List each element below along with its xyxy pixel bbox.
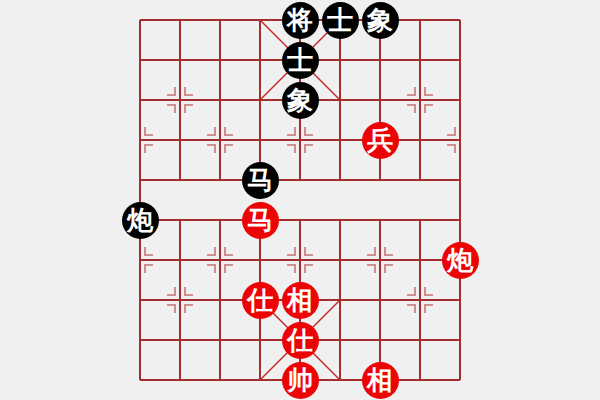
intersection-0-3[interactable] bbox=[120, 120, 160, 160]
intersection-8-7[interactable] bbox=[440, 280, 480, 320]
intersection-7-4[interactable] bbox=[400, 160, 440, 200]
intersection-7-2[interactable] bbox=[400, 80, 440, 120]
intersection-5-1[interactable] bbox=[320, 40, 360, 80]
red-advisor[interactable]: 仕 bbox=[242, 282, 279, 319]
intersection-6-9[interactable]: 相 bbox=[360, 360, 400, 400]
intersection-5-8[interactable] bbox=[320, 320, 360, 360]
red-elephant[interactable]: 相 bbox=[362, 362, 399, 399]
intersection-5-4[interactable] bbox=[320, 160, 360, 200]
black-general[interactable]: 将 bbox=[282, 2, 319, 39]
intersection-0-8[interactable] bbox=[120, 320, 160, 360]
intersection-0-5[interactable]: 炮 bbox=[120, 200, 160, 240]
intersection-2-8[interactable] bbox=[200, 320, 240, 360]
intersection-4-0[interactable]: 将 bbox=[280, 0, 320, 40]
intersection-3-8[interactable] bbox=[240, 320, 280, 360]
intersection-7-3[interactable] bbox=[400, 120, 440, 160]
black-elephant[interactable]: 象 bbox=[362, 2, 399, 39]
intersection-2-6[interactable] bbox=[200, 240, 240, 280]
intersection-2-7[interactable] bbox=[200, 280, 240, 320]
red-elephant[interactable]: 相 bbox=[282, 282, 319, 319]
intersection-5-0[interactable]: 士 bbox=[320, 0, 360, 40]
intersection-7-5[interactable] bbox=[400, 200, 440, 240]
intersection-0-9[interactable] bbox=[120, 360, 160, 400]
intersection-8-8[interactable] bbox=[440, 320, 480, 360]
intersection-0-6[interactable] bbox=[120, 240, 160, 280]
black-cannon[interactable]: 炮 bbox=[122, 202, 159, 239]
intersection-0-7[interactable] bbox=[120, 280, 160, 320]
intersection-4-7[interactable]: 相 bbox=[280, 280, 320, 320]
intersection-5-9[interactable] bbox=[320, 360, 360, 400]
intersection-6-8[interactable] bbox=[360, 320, 400, 360]
intersection-4-5[interactable] bbox=[280, 200, 320, 240]
intersection-8-4[interactable] bbox=[440, 160, 480, 200]
intersection-8-2[interactable] bbox=[440, 80, 480, 120]
intersection-0-4[interactable] bbox=[120, 160, 160, 200]
intersection-4-8[interactable]: 仕 bbox=[280, 320, 320, 360]
intersection-3-1[interactable] bbox=[240, 40, 280, 80]
intersection-6-5[interactable] bbox=[360, 200, 400, 240]
intersection-8-1[interactable] bbox=[440, 40, 480, 80]
black-horse[interactable]: 马 bbox=[242, 162, 279, 199]
intersection-8-9[interactable] bbox=[440, 360, 480, 400]
intersection-1-5[interactable] bbox=[160, 200, 200, 240]
intersection-3-4[interactable]: 马 bbox=[240, 160, 280, 200]
intersection-1-0[interactable] bbox=[160, 0, 200, 40]
intersection-5-2[interactable] bbox=[320, 80, 360, 120]
intersection-6-6[interactable] bbox=[360, 240, 400, 280]
intersection-2-0[interactable] bbox=[200, 0, 240, 40]
intersection-1-2[interactable] bbox=[160, 80, 200, 120]
intersection-3-3[interactable] bbox=[240, 120, 280, 160]
intersection-3-2[interactable] bbox=[240, 80, 280, 120]
intersection-6-1[interactable] bbox=[360, 40, 400, 80]
black-advisor[interactable]: 士 bbox=[282, 42, 319, 79]
intersection-1-3[interactable] bbox=[160, 120, 200, 160]
intersection-1-9[interactable] bbox=[160, 360, 200, 400]
intersection-7-6[interactable] bbox=[400, 240, 440, 280]
intersection-2-2[interactable] bbox=[200, 80, 240, 120]
intersection-5-7[interactable] bbox=[320, 280, 360, 320]
intersection-5-6[interactable] bbox=[320, 240, 360, 280]
black-elephant[interactable]: 象 bbox=[282, 82, 319, 119]
intersection-2-1[interactable] bbox=[200, 40, 240, 80]
intersection-3-7[interactable]: 仕 bbox=[240, 280, 280, 320]
xiangqi-board-screen: 将士象士象兵马炮马炮仕相仕帅相 bbox=[0, 0, 600, 400]
intersection-0-1[interactable] bbox=[120, 40, 160, 80]
intersection-2-9[interactable] bbox=[200, 360, 240, 400]
xiangqi-board: 将士象士象兵马炮马炮仕相仕帅相 bbox=[120, 0, 480, 400]
intersection-7-0[interactable] bbox=[400, 0, 440, 40]
intersection-7-8[interactable] bbox=[400, 320, 440, 360]
intersection-1-6[interactable] bbox=[160, 240, 200, 280]
intersection-8-5[interactable] bbox=[440, 200, 480, 240]
intersection-3-0[interactable] bbox=[240, 0, 280, 40]
intersection-2-4[interactable] bbox=[200, 160, 240, 200]
intersection-7-9[interactable] bbox=[400, 360, 440, 400]
intersection-1-1[interactable] bbox=[160, 40, 200, 80]
intersection-7-7[interactable] bbox=[400, 280, 440, 320]
intersection-1-8[interactable] bbox=[160, 320, 200, 360]
intersection-6-3[interactable]: 兵 bbox=[360, 120, 400, 160]
intersection-1-7[interactable] bbox=[160, 280, 200, 320]
intersection-8-0[interactable] bbox=[440, 0, 480, 40]
intersection-6-2[interactable] bbox=[360, 80, 400, 120]
intersection-7-1[interactable] bbox=[400, 40, 440, 80]
intersection-4-1[interactable]: 士 bbox=[280, 40, 320, 80]
intersection-4-2[interactable]: 象 bbox=[280, 80, 320, 120]
intersection-4-6[interactable] bbox=[280, 240, 320, 280]
red-soldier[interactable]: 兵 bbox=[362, 122, 399, 159]
intersection-6-7[interactable] bbox=[360, 280, 400, 320]
intersection-2-5[interactable] bbox=[200, 200, 240, 240]
intersection-1-4[interactable] bbox=[160, 160, 200, 200]
red-general[interactable]: 帅 bbox=[282, 362, 319, 399]
intersection-5-5[interactable] bbox=[320, 200, 360, 240]
intersection-0-0[interactable] bbox=[120, 0, 160, 40]
intersection-6-0[interactable]: 象 bbox=[360, 0, 400, 40]
intersection-4-9[interactable]: 帅 bbox=[280, 360, 320, 400]
intersection-2-3[interactable] bbox=[200, 120, 240, 160]
intersection-3-6[interactable] bbox=[240, 240, 280, 280]
intersection-8-3[interactable] bbox=[440, 120, 480, 160]
red-horse[interactable]: 马 bbox=[242, 202, 279, 239]
intersection-6-4[interactable] bbox=[360, 160, 400, 200]
intersection-5-3[interactable] bbox=[320, 120, 360, 160]
intersection-3-5[interactable]: 马 bbox=[240, 200, 280, 240]
intersection-4-3[interactable] bbox=[280, 120, 320, 160]
intersection-0-2[interactable] bbox=[120, 80, 160, 120]
intersection-4-4[interactable] bbox=[280, 160, 320, 200]
black-advisor[interactable]: 士 bbox=[322, 2, 359, 39]
red-advisor[interactable]: 仕 bbox=[282, 322, 319, 359]
intersection-3-9[interactable] bbox=[240, 360, 280, 400]
intersection-8-6[interactable]: 炮 bbox=[440, 240, 480, 280]
red-cannon[interactable]: 炮 bbox=[442, 242, 479, 279]
